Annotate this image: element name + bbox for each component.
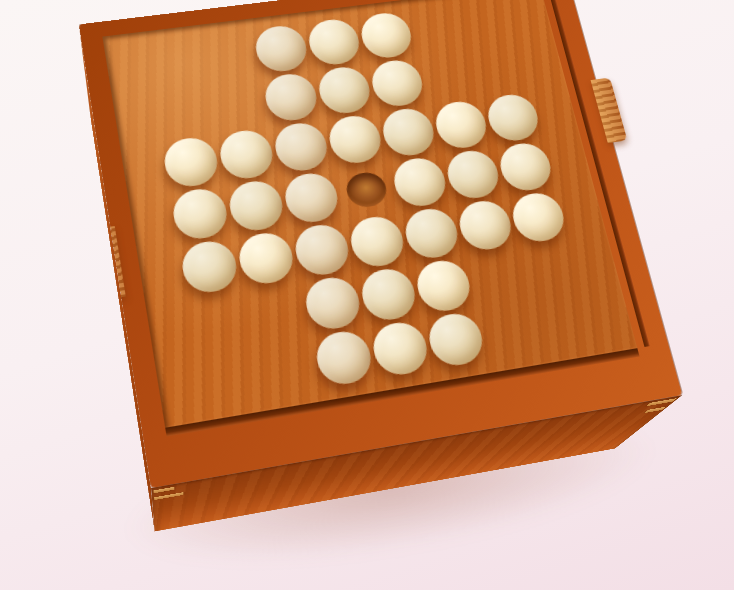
cell-r7c2 xyxy=(252,335,320,400)
cell-r2c1 xyxy=(150,83,214,140)
marble-r3c7[interactable]: ● xyxy=(483,92,542,144)
marble-r7c3[interactable]: ● xyxy=(312,328,375,388)
marble-r3c6[interactable]: ● xyxy=(431,99,490,151)
cell-r4c2: ● xyxy=(223,176,288,236)
marble-r7c4[interactable]: ● xyxy=(368,319,431,378)
marble-r3c4[interactable]: ● xyxy=(325,113,384,166)
marble-r1c4[interactable]: ● xyxy=(305,17,363,67)
right-thumb-tab xyxy=(591,78,628,144)
marble-r4c3[interactable]: ● xyxy=(281,171,341,226)
cell-r6c7 xyxy=(518,239,584,300)
cell-r5c1: ● xyxy=(176,236,242,298)
cell-r1c3: ● xyxy=(249,22,312,77)
empty-center-hole[interactable] xyxy=(343,170,389,209)
cell-r6c1 xyxy=(185,289,252,353)
solitaire-box: ●●●●●●●●●●●●●●●●●●●●●●●●●●●●●●●● xyxy=(85,20,646,512)
cell-r3c3: ● xyxy=(268,118,333,176)
marble-r4c5[interactable]: ● xyxy=(389,155,449,209)
photo-background: ●●●●●●●●●●●●●●●●●●●●●●●●●●●●●●●● xyxy=(0,0,734,590)
left-thumb-tab xyxy=(93,226,126,300)
cell-r1c7 xyxy=(457,0,519,49)
cell-r2c3: ● xyxy=(259,69,323,125)
marble-r2c4[interactable]: ● xyxy=(315,65,374,116)
finger-joint xyxy=(154,487,175,493)
marble-r7c5[interactable]: ● xyxy=(424,310,486,369)
marble-r6c3[interactable]: ● xyxy=(301,274,363,332)
marble-r2c3[interactable]: ● xyxy=(261,71,320,123)
cell-r3c2: ● xyxy=(214,126,279,184)
marble-r5c2[interactable]: ● xyxy=(235,230,296,287)
marble-r3c5[interactable]: ● xyxy=(378,106,437,158)
marble-r6c4[interactable]: ● xyxy=(357,266,419,323)
cell-r5c2: ● xyxy=(232,228,298,290)
cell-r7c1 xyxy=(194,344,262,410)
cell-r4c7: ● xyxy=(493,138,558,195)
cell-r3c1: ● xyxy=(158,133,223,192)
finger-joint xyxy=(644,407,666,414)
cell-r5c7: ● xyxy=(505,188,571,247)
cell-r2c7 xyxy=(469,43,532,97)
marble-r4c2[interactable]: ● xyxy=(225,178,285,233)
marble-r5c3[interactable]: ● xyxy=(291,222,352,278)
cell-r1c1 xyxy=(141,35,204,91)
cell-r6c2 xyxy=(242,281,309,344)
marble-r4c7[interactable]: ● xyxy=(495,141,555,194)
cell-r1c2 xyxy=(196,28,259,83)
cell-r7c7 xyxy=(531,291,598,353)
marble-r6c5[interactable]: ● xyxy=(412,258,474,315)
marble-r3c2[interactable]: ● xyxy=(216,128,276,182)
marble-r3c3[interactable]: ● xyxy=(271,120,331,173)
cell-r2c2 xyxy=(205,76,269,133)
marble-r4c1[interactable]: ● xyxy=(169,186,230,242)
marble-r5c7[interactable]: ● xyxy=(508,190,569,244)
finger-joint xyxy=(154,492,183,500)
marble-r5c1[interactable]: ● xyxy=(178,238,239,295)
marble-r1c3[interactable]: ● xyxy=(252,24,310,75)
marble-r5c5[interactable]: ● xyxy=(401,206,462,261)
marble-r3c1[interactable]: ● xyxy=(161,135,221,189)
cell-r3c7: ● xyxy=(481,90,545,146)
marble-r5c4[interactable]: ● xyxy=(346,214,407,270)
marble-r1c5[interactable]: ● xyxy=(357,11,415,61)
marble-r4c6[interactable]: ● xyxy=(443,148,503,201)
marble-r5c6[interactable]: ● xyxy=(454,198,515,253)
board-grid: ●●●●●●●●●●●●●●●●●●●●●●●●●●●●●●●● xyxy=(141,0,598,410)
marble-r2c5[interactable]: ● xyxy=(367,58,426,109)
